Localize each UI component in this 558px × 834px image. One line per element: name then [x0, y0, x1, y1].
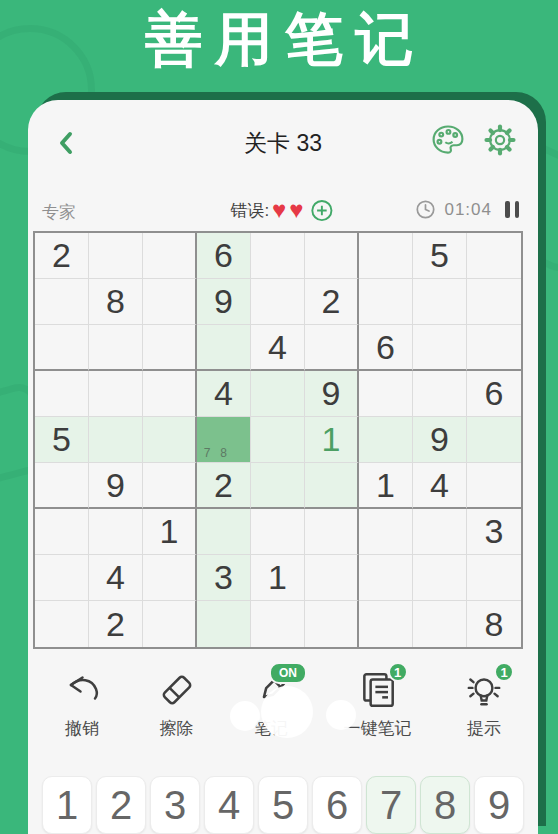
cell-r8c7[interactable]: [359, 555, 413, 601]
cell-r4c2[interactable]: [89, 371, 143, 417]
cell-r8c4[interactable]: 3: [197, 555, 251, 601]
cell-r7c8[interactable]: [413, 509, 467, 555]
cell-r5c2[interactable]: [89, 417, 143, 463]
cell-r7c2[interactable]: [89, 509, 143, 555]
cell-r4c1[interactable]: [35, 371, 89, 417]
cell-r7c7[interactable]: [359, 509, 413, 555]
settings-button[interactable]: [482, 122, 518, 158]
auto-notes-badge: 1: [388, 662, 408, 682]
cell-r8c5[interactable]: 1: [251, 555, 305, 601]
cell-r2c9[interactable]: [467, 279, 521, 325]
notes-toggle-button[interactable]: ON 笔记: [249, 668, 293, 740]
cell-r2c3[interactable]: [143, 279, 197, 325]
cell-r6c1[interactable]: [35, 463, 89, 509]
given-digit: 6: [376, 328, 395, 367]
tool-label: 提示: [467, 717, 501, 740]
cell-r6c8[interactable]: 4: [413, 463, 467, 509]
tool-label: 一键笔记: [344, 717, 412, 740]
given-digit: 5: [52, 420, 71, 459]
given-digit: 3: [485, 512, 504, 551]
cell-r4c9[interactable]: 6: [467, 371, 521, 417]
given-digit: 9: [106, 466, 125, 505]
cell-r4c7[interactable]: [359, 371, 413, 417]
cell-r9c2[interactable]: 2: [89, 601, 143, 647]
cell-r1c1[interactable]: 2: [35, 233, 89, 279]
cell-r9c9[interactable]: 8: [467, 601, 521, 647]
cell-r1c8[interactable]: 5: [413, 233, 467, 279]
given-digit: 8: [485, 605, 504, 644]
cell-r7c4[interactable]: [197, 509, 251, 555]
cell-r6c9[interactable]: [467, 463, 521, 509]
banner-title: 善用笔记: [0, 6, 558, 73]
given-digit: 2: [52, 236, 71, 275]
numpad-key-4[interactable]: 4: [204, 776, 254, 834]
cell-r8c9[interactable]: [467, 555, 521, 601]
cell-r7c3[interactable]: 1: [143, 509, 197, 555]
cell-r3c7[interactable]: 6: [359, 325, 413, 371]
cell-r3c3[interactable]: [143, 325, 197, 371]
numpad-key-5[interactable]: 5: [258, 776, 308, 834]
given-digit: 4: [268, 328, 287, 367]
cell-r8c6[interactable]: [305, 555, 359, 601]
number-pad: 123456789: [42, 776, 524, 834]
tool-label: 擦除: [160, 717, 194, 740]
numpad-key-3[interactable]: 3: [150, 776, 200, 834]
cell-r8c8[interactable]: [413, 555, 467, 601]
cell-r9c6[interactable]: [305, 601, 359, 647]
given-digit: 8: [106, 282, 125, 321]
cell-r5c7[interactable]: [359, 417, 413, 463]
given-digit: 2: [106, 605, 125, 644]
numpad-key-9[interactable]: 9: [474, 776, 524, 834]
given-digit: 9: [322, 374, 341, 413]
cell-r3c2[interactable]: [89, 325, 143, 371]
game-card: 关卡 33: [28, 100, 538, 834]
cell-r6c2[interactable]: 9: [89, 463, 143, 509]
cell-r1c2[interactable]: [89, 233, 143, 279]
plus-circle-icon: [311, 199, 334, 222]
cell-r1c9[interactable]: [467, 233, 521, 279]
cell-r1c5[interactable]: [251, 233, 305, 279]
tool-label: 笔记: [254, 717, 288, 740]
cell-r4c6[interactable]: 9: [305, 371, 359, 417]
cell-r6c4[interactable]: 2: [197, 463, 251, 509]
add-hearts-button[interactable]: [311, 199, 334, 222]
numpad-key-7[interactable]: 7: [366, 776, 416, 834]
cell-r7c6[interactable]: [305, 509, 359, 555]
cell-r9c1[interactable]: [35, 601, 89, 647]
card-header: 关卡 33: [28, 122, 538, 166]
given-digit: 2: [322, 282, 341, 321]
hint-badge: 1: [494, 662, 514, 682]
given-digit: 5: [430, 236, 449, 275]
pause-button[interactable]: [502, 198, 522, 221]
eraser-icon: [156, 669, 198, 711]
cell-r3c9[interactable]: [467, 325, 521, 371]
notes-on-badge: ON: [269, 662, 307, 684]
cell-r2c4[interactable]: 9: [197, 279, 251, 325]
cell-r4c5[interactable]: [251, 371, 305, 417]
cell-r1c6[interactable]: [305, 233, 359, 279]
cell-r2c2[interactable]: 8: [89, 279, 143, 325]
cell-r2c7[interactable]: [359, 279, 413, 325]
cell-r5c4[interactable]: 78: [197, 417, 251, 463]
given-digit: 1: [160, 512, 179, 551]
given-digit: 1: [376, 466, 395, 505]
user-digit: 1: [322, 420, 341, 459]
cell-r1c7[interactable]: [359, 233, 413, 279]
cell-r5c3[interactable]: [143, 417, 197, 463]
hint-button[interactable]: 1 提示: [462, 668, 506, 740]
given-digit: 6: [485, 374, 504, 413]
cell-r9c3[interactable]: [143, 601, 197, 647]
undo-icon: [62, 670, 102, 710]
given-digit: 4: [430, 466, 449, 505]
cell-r5c5[interactable]: [251, 417, 305, 463]
cell-r3c6[interactable]: [305, 325, 359, 371]
theme-button[interactable]: [430, 122, 466, 158]
cell-r9c8[interactable]: [413, 601, 467, 647]
numpad-key-8[interactable]: 8: [420, 776, 470, 834]
given-digit: 9: [430, 420, 449, 459]
auto-notes-button[interactable]: 1 一键笔记: [344, 668, 412, 740]
numpad-key-1[interactable]: 1: [42, 776, 92, 834]
cell-r2c6[interactable]: 2: [305, 279, 359, 325]
sudoku-grid: 265892464965781992141343128: [33, 231, 523, 649]
difficulty-label: 专家: [42, 201, 76, 224]
cell-r9c4[interactable]: [197, 601, 251, 647]
tool-label: 撤销: [65, 717, 99, 740]
cell-r3c8[interactable]: [413, 325, 467, 371]
cell-r6c3[interactable]: [143, 463, 197, 509]
given-digit: 2: [214, 466, 233, 505]
cell-r7c9[interactable]: 3: [467, 509, 521, 555]
cell-r6c6[interactable]: [305, 463, 359, 509]
numpad-key-6[interactable]: 6: [312, 776, 362, 834]
given-digit: 9: [214, 282, 233, 321]
given-digit: 4: [214, 374, 233, 413]
cell-r4c8[interactable]: [413, 371, 467, 417]
clock-icon: [415, 199, 436, 220]
given-digit: 6: [214, 236, 233, 275]
cell-r5c6[interactable]: 1: [305, 417, 359, 463]
undo-button[interactable]: 撤销: [60, 668, 104, 740]
status-row: 专家 错误: ♥ ♥ 01:04: [42, 198, 522, 224]
cell-r2c1[interactable]: [35, 279, 89, 325]
cell-r2c5[interactable]: [251, 279, 305, 325]
heart-icon: ♥: [272, 198, 286, 222]
cell-r1c3[interactable]: [143, 233, 197, 279]
given-digit: 3: [214, 558, 233, 597]
cell-r2c8[interactable]: [413, 279, 467, 325]
cell-r1c4[interactable]: 6: [197, 233, 251, 279]
cell-r4c3[interactable]: [143, 371, 197, 417]
cell-r5c9[interactable]: [467, 417, 521, 463]
cell-r4c4[interactable]: 4: [197, 371, 251, 417]
cell-r7c5[interactable]: [251, 509, 305, 555]
cell-r3c5[interactable]: 4: [251, 325, 305, 371]
cell-r6c7[interactable]: 1: [359, 463, 413, 509]
cell-r3c4[interactable]: [197, 325, 251, 371]
timer-value: 01:04: [444, 200, 492, 220]
cell-r8c1[interactable]: [35, 555, 89, 601]
cell-r3c1[interactable]: [35, 325, 89, 371]
erase-button[interactable]: 擦除: [155, 668, 199, 740]
cell-r5c8[interactable]: 9: [413, 417, 467, 463]
numpad-key-2[interactable]: 2: [96, 776, 146, 834]
cell-r7c1[interactable]: [35, 509, 89, 555]
toolbar: 撤销 擦除 ON: [28, 668, 538, 740]
cell-r8c2[interactable]: 4: [89, 555, 143, 601]
cell-r6c5[interactable]: [251, 463, 305, 509]
heart-icon: ♥: [289, 198, 303, 222]
gear-icon: [482, 122, 518, 158]
cell-r5c1[interactable]: 5: [35, 417, 89, 463]
cell-r9c5[interactable]: [251, 601, 305, 647]
errors-label: 错误:: [230, 199, 269, 222]
palette-icon: [430, 122, 466, 158]
cell-r9c7[interactable]: [359, 601, 413, 647]
given-digit: 4: [106, 558, 125, 597]
given-digit: 1: [268, 558, 287, 597]
cell-r8c3[interactable]: [143, 555, 197, 601]
pencil-notes: 78: [199, 419, 248, 460]
